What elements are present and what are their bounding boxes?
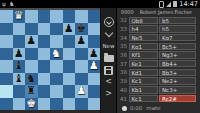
board-area: ♛♟♚♟♟♟♞♟♝♟♝♞♜♟♚ xyxy=(0,8,100,113)
move-row-34: 34Ne5Kg7 xyxy=(117,33,200,42)
open-file-button[interactable] xyxy=(101,52,117,64)
square-h7[interactable] xyxy=(88,23,101,36)
black-player-label: Robert James Fischer xyxy=(140,9,192,15)
square-c2[interactable]: ♜ xyxy=(25,85,38,98)
move-list: 32Qb8b533h4h534Ne5Kg735Kg1Bc5+36Kf1Ng3+3… xyxy=(117,16,200,103)
white-move-35[interactable]: Kg1 xyxy=(129,43,158,50)
prev-move-button[interactable]: < xyxy=(101,76,117,88)
floppy-disk-icon xyxy=(104,66,113,75)
move-list-panel: 0000 Robert James Fischer 32Qb8b533h4h53… xyxy=(116,8,200,113)
square-b3[interactable]: ♝ xyxy=(13,73,26,86)
engine-time: 0:00 xyxy=(130,105,142,111)
white-move-34[interactable]: Ne5 xyxy=(129,34,158,41)
black-pawn: ♟ xyxy=(25,35,38,48)
white-move-41[interactable]: Kc1 xyxy=(129,95,158,102)
square-f2[interactable] xyxy=(63,85,76,98)
square-e6[interactable] xyxy=(50,35,63,48)
clock-text: 14:47 xyxy=(179,0,198,8)
move-row-38: 38Kd1Bb3+ xyxy=(117,68,200,77)
square-e5[interactable]: ♞ xyxy=(50,48,63,61)
engine-toggle-button[interactable] xyxy=(101,16,117,28)
square-d7[interactable] xyxy=(38,23,51,36)
white-king: ♚ xyxy=(25,98,38,111)
square-h3[interactable] xyxy=(88,73,101,86)
black-pawn: ♟ xyxy=(13,48,26,61)
black-knight: ♞ xyxy=(25,73,38,86)
square-a6[interactable] xyxy=(0,35,13,48)
move-row-36: 36Kf1Ng3+ xyxy=(117,51,200,60)
move-row-41: 41Kc1Rc2# xyxy=(117,94,200,103)
move-number: 35 xyxy=(117,43,127,49)
square-d6[interactable] xyxy=(38,35,51,48)
white-move-33[interactable]: h4 xyxy=(129,25,158,32)
black-move-41-mate[interactable]: Rc2# xyxy=(159,95,196,102)
square-e1[interactable] xyxy=(50,98,63,111)
square-h2[interactable] xyxy=(88,85,101,98)
usb-notification-icon: ψ xyxy=(2,0,6,8)
square-b7[interactable] xyxy=(13,23,26,36)
square-c3[interactable]: ♞ xyxy=(25,73,38,86)
square-a8[interactable] xyxy=(0,10,13,23)
square-f6[interactable] xyxy=(63,35,76,48)
square-f1[interactable] xyxy=(63,98,76,111)
black-move-33[interactable]: h5 xyxy=(159,25,196,32)
circled-chevron-icon xyxy=(104,17,114,27)
square-h4[interactable]: ♟ xyxy=(88,60,101,73)
status-bar-indicators: 14:47 xyxy=(159,0,198,8)
vibrate-icon xyxy=(159,1,164,8)
engine-analysis-bar[interactable]: 0:00 mate xyxy=(117,103,200,113)
square-f5[interactable] xyxy=(63,48,76,61)
square-d8[interactable] xyxy=(38,10,51,23)
square-g6[interactable]: ♟ xyxy=(75,35,88,48)
square-g7[interactable]: ♚ xyxy=(75,23,88,36)
square-a3[interactable] xyxy=(0,73,13,86)
side-toolbar: New<> xyxy=(100,8,116,113)
move-number: 37 xyxy=(117,61,127,67)
move-row-39: 39Kc1Ne2+ xyxy=(117,77,200,86)
square-b1[interactable] xyxy=(13,98,26,111)
move-row-37: 37Ke1Bb4+ xyxy=(117,59,200,68)
white-move-38[interactable]: Kd1 xyxy=(129,69,158,76)
white-move-32[interactable]: Qb8 xyxy=(129,17,158,24)
new-game-button[interactable]: New xyxy=(101,40,117,52)
board-bottom-strip xyxy=(0,110,100,113)
move-number: 40 xyxy=(117,87,127,93)
square-f4[interactable] xyxy=(63,60,76,73)
square-c5[interactable] xyxy=(25,48,38,61)
engine-status-icon xyxy=(122,106,127,111)
engine-evaluation: mate xyxy=(146,105,160,111)
square-g5[interactable] xyxy=(75,48,88,61)
players-header: 0000 Robert James Fischer xyxy=(117,8,200,16)
move-row-32: 32Qb8b5 xyxy=(117,16,200,25)
black-bishop: ♝ xyxy=(13,73,26,86)
square-d1[interactable] xyxy=(38,98,51,111)
white-queen: ♛ xyxy=(13,10,26,23)
android-status-bar: ψ♞ 14:47 xyxy=(0,0,200,8)
black-move-40[interactable]: Nc3+ xyxy=(159,86,196,93)
square-h8[interactable] xyxy=(88,10,101,23)
folder-icon xyxy=(104,55,114,62)
square-a7[interactable] xyxy=(0,23,13,36)
square-f7[interactable]: ♟ xyxy=(63,23,76,36)
move-number: 32 xyxy=(117,17,127,23)
square-c4[interactable] xyxy=(25,60,38,73)
black-move-39[interactable]: Ne2+ xyxy=(159,77,196,84)
move-number: 39 xyxy=(117,78,127,84)
square-d5[interactable] xyxy=(38,48,51,61)
white-move-36[interactable]: Kf1 xyxy=(129,51,158,58)
chess-app-notification-icon: ♞ xyxy=(9,0,14,8)
square-e8[interactable] xyxy=(50,10,63,23)
chevron-down-icon xyxy=(104,29,112,37)
square-a4[interactable] xyxy=(0,60,13,73)
black-move-34[interactable]: Kg7 xyxy=(159,34,196,41)
black-move-35[interactable]: Bc5+ xyxy=(159,43,196,50)
move-number: 41 xyxy=(117,96,127,102)
square-c8[interactable] xyxy=(25,10,38,23)
square-g1[interactable] xyxy=(75,98,88,111)
move-row-33: 33h4h5 xyxy=(117,25,200,34)
square-e2[interactable] xyxy=(50,85,63,98)
move-number: 33 xyxy=(117,26,127,32)
chess-board: ♛♟♚♟♟♟♞♟♝♟♝♞♜♟♚ xyxy=(0,10,100,110)
black-move-37[interactable]: Bb4+ xyxy=(159,60,196,67)
square-c1[interactable]: ♚ xyxy=(25,98,38,111)
square-h1[interactable] xyxy=(88,98,101,111)
white-player-label: 0000 xyxy=(121,9,134,15)
black-bishop: ♝ xyxy=(13,60,26,73)
white-move-40[interactable]: Kb1 xyxy=(129,86,158,93)
square-g3[interactable] xyxy=(75,73,88,86)
signal-icon xyxy=(166,2,171,7)
move-row-35: 35Kg1Bc5+ xyxy=(117,42,200,51)
black-pawn: ♟ xyxy=(63,23,76,36)
black-king: ♚ xyxy=(75,23,88,36)
square-a2[interactable] xyxy=(0,85,13,98)
status-bar-notifications: ψ♞ xyxy=(2,0,14,8)
square-g8[interactable] xyxy=(75,10,88,23)
black-rook: ♜ xyxy=(25,85,38,98)
white-move-37[interactable]: Ke1 xyxy=(129,60,158,67)
square-g2[interactable]: ♟ xyxy=(75,85,88,98)
white-knight: ♞ xyxy=(50,48,63,61)
square-b4[interactable]: ♝ xyxy=(13,60,26,73)
square-b5[interactable]: ♟ xyxy=(13,48,26,61)
white-pawn: ♟ xyxy=(75,85,88,98)
square-a5[interactable] xyxy=(0,48,13,61)
square-d2[interactable] xyxy=(38,85,51,98)
move-number: 38 xyxy=(117,69,127,75)
square-e4[interactable] xyxy=(50,60,63,73)
square-c6[interactable]: ♟ xyxy=(25,35,38,48)
square-h5[interactable]: ♟ xyxy=(88,48,101,61)
square-f8[interactable] xyxy=(63,10,76,23)
square-d4[interactable] xyxy=(38,60,51,73)
collapse-button[interactable] xyxy=(101,28,117,40)
square-h6[interactable] xyxy=(88,35,101,48)
move-row-40: 40Kb1Nc3+ xyxy=(117,86,200,95)
move-number: 34 xyxy=(117,35,127,41)
chess-analysis-app: ψ♞ 14:47 ♛♟♚♟♟♟♞♟♝♟♝♞♜♟♚ New<> 0000 Robe… xyxy=(0,0,200,113)
square-b2[interactable] xyxy=(13,85,26,98)
square-f3[interactable] xyxy=(63,73,76,86)
square-g4[interactable] xyxy=(75,60,88,73)
square-b6[interactable] xyxy=(13,35,26,48)
square-c7[interactable] xyxy=(25,23,38,36)
move-number: 36 xyxy=(117,52,127,58)
square-e3[interactable] xyxy=(50,73,63,86)
battery-icon xyxy=(173,1,177,7)
black-pawn: ♟ xyxy=(75,35,88,48)
white-pawn: ♟ xyxy=(88,60,101,73)
black-move-38[interactable]: Bb3+ xyxy=(159,69,196,76)
save-button[interactable] xyxy=(101,64,117,76)
square-e7[interactable] xyxy=(50,23,63,36)
square-d3[interactable] xyxy=(38,73,51,86)
black-move-36[interactable]: Ng3+ xyxy=(159,51,196,58)
black-move-32[interactable]: b5 xyxy=(159,17,196,24)
square-b8[interactable]: ♛ xyxy=(13,10,26,23)
next-move-button[interactable]: > xyxy=(101,88,117,100)
white-move-39[interactable]: Kc1 xyxy=(129,77,158,84)
square-a1[interactable] xyxy=(0,98,13,111)
black-pawn: ♟ xyxy=(88,48,101,61)
